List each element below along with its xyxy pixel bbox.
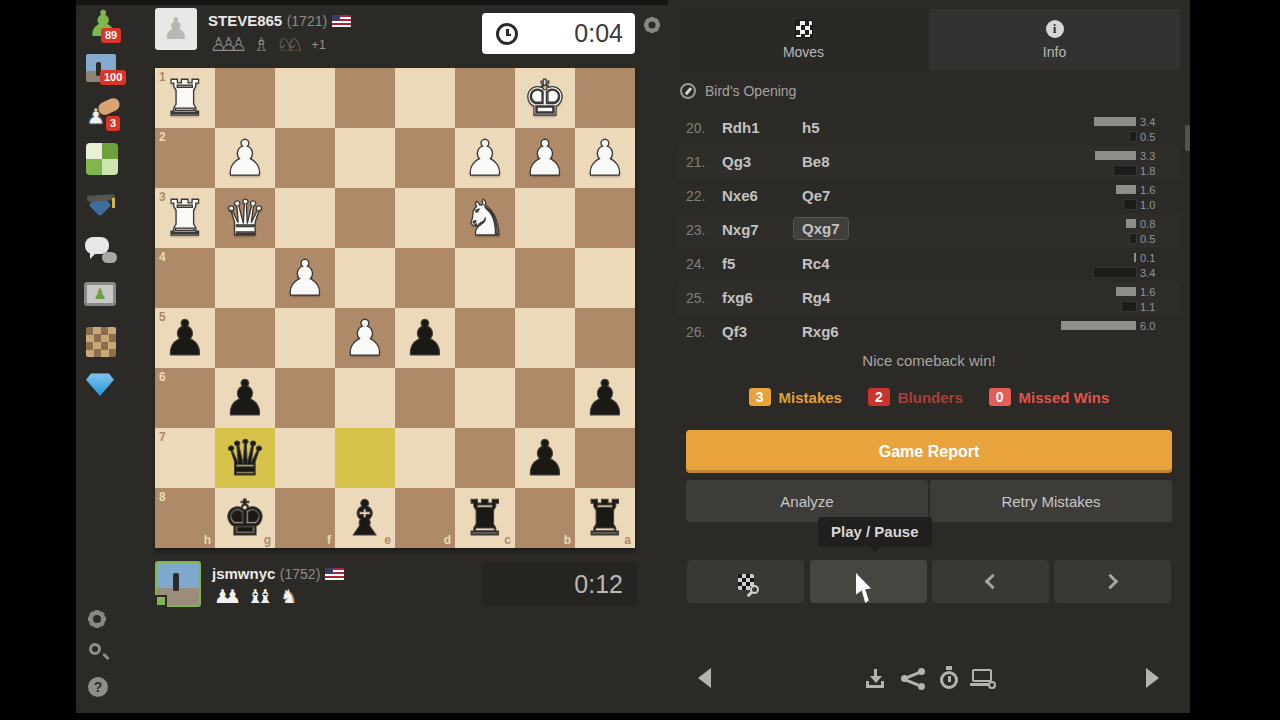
black-move[interactable]: Rg4 xyxy=(802,289,830,306)
sidebar-item-help[interactable]: ? xyxy=(88,677,108,697)
clock-bottom: 0:12 xyxy=(482,562,637,606)
us-flag-icon xyxy=(325,568,344,580)
white-pawn-f4[interactable]: ♟ xyxy=(283,254,327,303)
download-icon[interactable] xyxy=(864,668,886,690)
stat-blunders[interactable]: 2Blunders xyxy=(868,388,963,406)
graduation-cap-icon xyxy=(84,188,118,220)
white-pawn-e5[interactable]: ♟ xyxy=(343,314,387,363)
black-move[interactable]: Qe7 xyxy=(802,187,830,204)
file-label: h xyxy=(204,533,211,547)
square-e5[interactable]: ♟ xyxy=(335,308,395,368)
square-e6[interactable] xyxy=(335,368,395,428)
eval-bars: 6.0 xyxy=(1032,318,1162,333)
move-row-20: 20.Rdh1h53.40.5 xyxy=(678,112,1180,146)
stat-label: Mistakes xyxy=(779,389,842,406)
us-flag-icon xyxy=(332,15,351,27)
square-a1[interactable] xyxy=(575,68,635,128)
opening-name: Bird's Opening xyxy=(705,83,796,99)
white-pawn-avatar-icon: ♟ xyxy=(163,14,190,44)
rank-label: 4 xyxy=(159,250,166,264)
square-h8[interactable]: 8h xyxy=(155,488,215,548)
captured-piece-group: ♟♟ xyxy=(214,585,241,607)
stat-count: 0 xyxy=(989,388,1011,406)
captured-piece-group: ♘♘ xyxy=(276,33,303,55)
avatar-figure xyxy=(173,573,179,591)
move-number: 22. xyxy=(686,188,705,204)
black-pawn-d5[interactable]: ♟ xyxy=(403,314,447,363)
eval-bars: 0.80.5 xyxy=(1032,216,1162,246)
stat-label: Blunders xyxy=(898,389,963,406)
white-king-b1[interactable]: ♚ xyxy=(523,74,567,123)
analysis-panel: Moves i Info Bird's Opening 5.820.Rdh1h5… xyxy=(668,0,1190,713)
square-c1[interactable] xyxy=(455,68,515,128)
square-c8[interactable]: c♜ xyxy=(455,488,515,548)
square-b6[interactable] xyxy=(515,368,575,428)
square-h3[interactable]: 3♜ xyxy=(155,188,215,248)
stat-mistakes[interactable]: 3Mistakes xyxy=(749,388,842,406)
photo-badge: 100 xyxy=(100,70,126,85)
move-row-26: 26.Qf3Rxg66.0 xyxy=(678,316,1180,345)
square-a8[interactable]: a♜ xyxy=(575,488,635,548)
gear-icon xyxy=(642,15,662,35)
sidebar-item-vs-computer[interactable]: ♟ 3 xyxy=(84,98,120,132)
share-icon[interactable] xyxy=(901,668,925,690)
square-f1[interactable] xyxy=(275,68,335,128)
square-h5[interactable]: 5♟ xyxy=(155,308,215,368)
move-number: 20. xyxy=(686,120,705,136)
clock-time: 0:12 xyxy=(574,570,623,599)
stopwatch-icon[interactable] xyxy=(938,666,960,690)
diamond-icon xyxy=(86,372,114,396)
square-d6[interactable] xyxy=(395,368,455,428)
square-e4[interactable] xyxy=(335,248,395,308)
square-f7[interactable] xyxy=(275,428,335,488)
black-move[interactable]: Qxg7 xyxy=(794,218,848,239)
move-row-23: 23.Nxg7Qxg70.80.5 xyxy=(678,214,1180,248)
black-move[interactable]: Be8 xyxy=(802,153,830,170)
square-g2[interactable]: ♟ xyxy=(215,128,275,188)
opening-row[interactable]: Bird's Opening xyxy=(680,78,796,104)
rank-label: 8 xyxy=(159,490,166,504)
move-row-21: 21.Qg3Be83.31.8 xyxy=(678,146,1180,180)
chevron-right-icon xyxy=(1103,574,1119,590)
tab-label: Moves xyxy=(783,44,824,60)
sidebar-item-puzzles[interactable] xyxy=(86,143,118,175)
square-b5[interactable] xyxy=(515,308,575,368)
game-report-button[interactable]: Game Report xyxy=(686,430,1172,473)
gear-icon xyxy=(86,608,108,630)
panel-tabs: Moves i Info xyxy=(678,9,1180,70)
move-row-22: 22.Nxe6Qe71.61.0 xyxy=(678,180,1180,214)
avatar[interactable]: ♟ xyxy=(155,8,197,50)
square-a6[interactable]: ♟ xyxy=(575,368,635,428)
play-pause-tooltip: Play / Pause xyxy=(818,517,932,546)
tab-label: Info xyxy=(1043,44,1066,60)
square-c5[interactable] xyxy=(455,308,515,368)
next-move-button[interactable] xyxy=(1054,560,1171,603)
black-pawn-h5[interactable]: ♟ xyxy=(163,314,207,363)
rank-label: 7 xyxy=(159,430,166,444)
square-f3[interactable] xyxy=(275,188,335,248)
square-f6[interactable] xyxy=(275,368,335,428)
white-rook-h3[interactable]: ♜ xyxy=(163,194,207,243)
screen-pawn-icon: ♟ xyxy=(84,282,116,306)
player-name[interactable]: jsmwnyc xyxy=(212,565,275,582)
captured-piece-group: ♗ xyxy=(253,33,270,55)
square-d2[interactable] xyxy=(395,128,455,188)
white-move[interactable]: fxg6 xyxy=(722,289,753,306)
black-move[interactable]: h5 xyxy=(802,119,820,136)
black-bishop-e8[interactable]: ♝ xyxy=(343,494,387,543)
square-d8[interactable]: d xyxy=(395,488,455,548)
board-magnifier-icon xyxy=(738,574,754,590)
help-icon: ? xyxy=(88,677,108,697)
white-pawn-a2[interactable]: ♟ xyxy=(583,134,627,183)
move-number: 24. xyxy=(686,256,705,272)
white-queen-g3[interactable]: ♛ xyxy=(223,194,267,243)
tab-moves[interactable]: Moves xyxy=(678,9,929,70)
clock-top: 0:04 xyxy=(482,13,635,54)
stat-count: 3 xyxy=(749,388,771,406)
vs-computer-badge: 3 xyxy=(106,116,120,131)
info-icon: i xyxy=(1046,20,1064,38)
white-move[interactable]: Qg3 xyxy=(722,153,751,170)
move-list[interactable]: 5.820.Rdh1h53.40.521.Qg3Be83.31.822.Nxe6… xyxy=(678,108,1180,345)
white-move[interactable]: Nxg7 xyxy=(722,221,759,238)
material-advantage: +1 xyxy=(311,37,326,52)
search-icon xyxy=(88,642,110,664)
jump-start-icon[interactable] xyxy=(698,668,711,688)
chess-board[interactable]: 1♜♚2♟♟♟♟3♜♛♞4♟5♟♟♟6♟♟7♛♟8hg♚fe♝dc♜ba♜ xyxy=(155,68,635,548)
square-g8[interactable]: g♚ xyxy=(215,488,275,548)
player-name[interactable]: STEVE865 xyxy=(208,12,282,29)
stats-row: 3Mistakes2Blunders0Missed Wins xyxy=(668,388,1190,406)
black-move[interactable]: Rxg6 xyxy=(802,323,839,340)
sidebar-item-settings[interactable] xyxy=(86,608,108,630)
move-number: 21. xyxy=(686,154,705,170)
black-rook-a8[interactable]: ♜ xyxy=(583,494,627,543)
online-indicator xyxy=(155,595,167,607)
black-pawn-a6[interactable]: ♟ xyxy=(583,374,627,423)
stat-label: Missed Wins xyxy=(1019,389,1110,406)
player-top-name-row: STEVE865 (1721) xyxy=(208,12,351,30)
file-label: b xyxy=(564,533,571,547)
square-d5[interactable]: ♟ xyxy=(395,308,455,368)
square-b7[interactable]: ♟ xyxy=(515,428,575,488)
square-e1[interactable] xyxy=(335,68,395,128)
square-h6[interactable]: 6 xyxy=(155,368,215,428)
checkerboard-icon xyxy=(86,327,116,357)
square-g7[interactable]: ♛ xyxy=(215,428,275,488)
sidebar-item-learn[interactable] xyxy=(84,188,118,220)
file-label: f xyxy=(327,533,331,547)
letterbox-right xyxy=(1190,0,1280,720)
square-c2[interactable]: ♟ xyxy=(455,128,515,188)
black-rook-c8[interactable]: ♜ xyxy=(463,494,507,543)
sidebar-item-more-board[interactable] xyxy=(86,327,116,357)
play-badge: 89 xyxy=(101,28,121,43)
letterbox-bottom xyxy=(0,713,1280,720)
moves-board-icon xyxy=(795,20,813,38)
sidebar-item-premium[interactable] xyxy=(86,372,114,396)
chat-bubbles-icon xyxy=(85,237,119,265)
clock-icon xyxy=(496,23,518,45)
jump-end-icon[interactable] xyxy=(1146,668,1159,688)
game-summary: Nice comeback win! xyxy=(668,352,1190,369)
square-g3[interactable]: ♛ xyxy=(215,188,275,248)
white-knight-c3[interactable]: ♞ xyxy=(463,194,507,243)
square-e8[interactable]: e♝ xyxy=(335,488,395,548)
move-row-24: 24.f5Rc40.13.4 xyxy=(678,248,1180,282)
white-pawn-b2[interactable]: ♟ xyxy=(523,134,567,183)
video-frame: ♟ 89 100 ♟ 3 ♟ xyxy=(0,0,1280,720)
square-c4[interactable] xyxy=(455,248,515,308)
player-bottom-name-row: jsmwnyc (1752) xyxy=(212,565,344,583)
sidebar-item-watch[interactable]: ♟ xyxy=(84,282,116,306)
black-pawn-b7[interactable]: ♟ xyxy=(523,434,567,483)
tab-info[interactable]: i Info xyxy=(929,9,1180,70)
square-d3[interactable] xyxy=(395,188,455,248)
board-preview-button[interactable] xyxy=(687,560,804,603)
board-settings-button[interactable] xyxy=(641,14,663,36)
square-a4[interactable] xyxy=(575,248,635,308)
puzzle-icon xyxy=(86,143,118,175)
square-b8[interactable]: b xyxy=(515,488,575,548)
square-g5[interactable] xyxy=(215,308,275,368)
square-f2[interactable] xyxy=(275,128,335,188)
black-move[interactable]: Rc4 xyxy=(802,255,830,272)
square-f5[interactable] xyxy=(275,308,335,368)
eval-bars: 3.31.8 xyxy=(1032,148,1162,178)
square-b2[interactable]: ♟ xyxy=(515,128,575,188)
square-a3[interactable] xyxy=(575,188,635,248)
white-pawn-g2[interactable]: ♟ xyxy=(223,134,267,183)
sidebar-item-search[interactable] xyxy=(88,642,110,664)
square-b1[interactable]: ♚ xyxy=(515,68,575,128)
rank-label: 2 xyxy=(159,130,166,144)
square-b3[interactable] xyxy=(515,188,575,248)
square-h7[interactable]: 7 xyxy=(155,428,215,488)
square-h2[interactable]: 2 xyxy=(155,128,215,188)
square-a2[interactable]: ♟ xyxy=(575,128,635,188)
white-move[interactable]: Qf3 xyxy=(722,323,747,340)
move-number: 23. xyxy=(686,222,705,238)
square-d4[interactable] xyxy=(395,248,455,308)
previous-move-button[interactable] xyxy=(932,560,1049,603)
square-c7[interactable] xyxy=(455,428,515,488)
eval-bars: 1.61.0 xyxy=(1032,182,1162,212)
sidebar-item-connect[interactable] xyxy=(85,237,119,265)
analyze-button[interactable]: Analyze xyxy=(686,480,928,522)
sidebar-item-play[interactable]: ♟ 89 xyxy=(87,6,119,42)
white-pawn-c2[interactable]: ♟ xyxy=(463,134,507,183)
square-f8[interactable]: f xyxy=(275,488,335,548)
compass-icon xyxy=(680,83,696,99)
square-d7[interactable] xyxy=(395,428,455,488)
move-row-25: 25.fxg6Rg41.61.1 xyxy=(678,282,1180,316)
captured-pieces-top: ♙♙♙♗♘♘+1 xyxy=(210,33,326,55)
player-rating: (1752) xyxy=(280,566,320,582)
eval-bars: 0.13.4 xyxy=(1032,250,1162,280)
black-queen-g7[interactable]: ♛ xyxy=(223,434,267,483)
captured-piece-group: ♝♝ xyxy=(247,585,274,607)
white-move[interactable]: Rdh1 xyxy=(722,119,760,136)
move-number: 25. xyxy=(686,290,705,306)
captured-piece-group: ♙♙♙ xyxy=(210,33,247,55)
square-c3[interactable]: ♞ xyxy=(455,188,515,248)
play-pause-button[interactable] xyxy=(810,560,927,603)
eval-bars: 1.61.1 xyxy=(1032,284,1162,314)
square-a7[interactable] xyxy=(575,428,635,488)
square-d1[interactable] xyxy=(395,68,455,128)
square-f4[interactable]: ♟ xyxy=(275,248,335,308)
eval-bars: 3.40.5 xyxy=(1032,114,1162,144)
square-h1[interactable]: 1♜ xyxy=(155,68,215,128)
stat-count: 2 xyxy=(868,388,890,406)
stat-missed-wins[interactable]: 0Missed Wins xyxy=(989,388,1110,406)
square-g4[interactable] xyxy=(215,248,275,308)
computer-analysis-icon[interactable] xyxy=(970,667,996,689)
player-rating: (1721) xyxy=(287,13,327,29)
square-c6[interactable] xyxy=(455,368,515,428)
square-e3[interactable] xyxy=(335,188,395,248)
retry-mistakes-button[interactable]: Retry Mistakes xyxy=(930,480,1172,522)
avatar[interactable] xyxy=(155,561,201,607)
square-h4[interactable]: 4 xyxy=(155,248,215,308)
black-king-g8[interactable]: ♚ xyxy=(223,494,267,543)
sidebar-item-profile-photo[interactable]: 100 xyxy=(86,54,116,82)
square-e7[interactable] xyxy=(335,428,395,488)
clock-time: 0:04 xyxy=(574,19,623,48)
square-e2[interactable] xyxy=(335,128,395,188)
square-b4[interactable] xyxy=(515,248,575,308)
chevron-left-icon xyxy=(985,574,1001,590)
square-g1[interactable] xyxy=(215,68,275,128)
white-rook-h1[interactable]: ♜ xyxy=(163,74,207,123)
captured-piece-group: ♞ xyxy=(280,585,297,607)
file-label: d xyxy=(444,533,451,547)
square-g6[interactable]: ♟ xyxy=(215,368,275,428)
captured-pieces-bottom: ♟♟♝♝♞ xyxy=(214,585,303,607)
square-a5[interactable] xyxy=(575,308,635,368)
move-number: 26. xyxy=(686,324,705,340)
black-pawn-g6[interactable]: ♟ xyxy=(223,374,267,423)
white-move[interactable]: Nxe6 xyxy=(722,187,758,204)
rank-label: 6 xyxy=(159,370,166,384)
white-move[interactable]: f5 xyxy=(722,255,735,272)
